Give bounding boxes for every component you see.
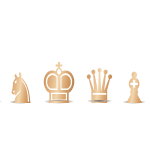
chess-piece-king: ♚	[39, 56, 78, 112]
chess-piece-knight: ♞	[6, 68, 35, 110]
chess-piece-rook: ♜	[0, 74, 5, 108]
king-icon: ♚	[39, 51, 78, 116]
bishop-icon: ♝	[119, 63, 149, 113]
rook-icon: ♜	[0, 71, 5, 111]
photo-background: ♜ ♞ ♚ ♛ ♝ ♟	[0, 0, 150, 150]
queen-icon: ♛	[83, 58, 117, 114]
chess-piece-lineup: ♜ ♞ ♚ ♛ ♝ ♟	[0, 56, 150, 112]
chess-piece-queen: ♛	[83, 62, 117, 110]
knight-icon: ♞	[6, 64, 35, 113]
chess-piece-bishop: ♝	[119, 67, 149, 110]
